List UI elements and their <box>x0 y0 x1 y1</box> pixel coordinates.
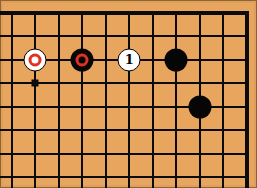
intersection <box>94 24 118 48</box>
intersection <box>141 24 165 48</box>
intersection <box>24 71 48 95</box>
grid-line-horizontal <box>188 153 212 155</box>
intersection <box>165 118 189 142</box>
grid-line-horizontal <box>0 106 24 108</box>
intersection <box>24 1 48 25</box>
intersection <box>188 95 212 119</box>
intersection <box>165 142 189 166</box>
intersection <box>141 165 165 188</box>
grid-line-horizontal <box>165 106 189 108</box>
grid-line-horizontal <box>71 153 95 155</box>
grid-line-horizontal <box>212 176 236 178</box>
grid-line-horizontal <box>165 35 189 37</box>
intersection <box>47 71 71 95</box>
intersection <box>141 48 165 72</box>
grid-line-horizontal <box>94 176 118 178</box>
grid-line-horizontal <box>0 11 24 15</box>
intersection <box>165 95 189 119</box>
intersection <box>24 95 48 119</box>
grid-line-horizontal <box>212 35 236 37</box>
intersection <box>71 95 95 119</box>
intersection <box>118 71 142 95</box>
grid-line-horizontal <box>141 153 165 155</box>
intersection <box>0 71 24 95</box>
grid-line-horizontal <box>212 129 236 131</box>
intersection <box>0 118 24 142</box>
intersection <box>235 142 257 166</box>
intersection <box>188 118 212 142</box>
grid-line-horizontal <box>118 11 142 15</box>
grid-line-horizontal <box>235 82 249 84</box>
intersection <box>47 118 71 142</box>
circle-mark-icon <box>29 53 42 66</box>
grid-line-horizontal <box>188 35 212 37</box>
grid-line-horizontal <box>212 59 236 61</box>
grid-line-horizontal <box>71 176 95 178</box>
intersection <box>94 95 118 119</box>
grid-line-horizontal <box>165 153 189 155</box>
white-stone <box>24 48 47 71</box>
intersection <box>188 1 212 25</box>
intersection <box>235 24 257 48</box>
intersection <box>71 1 95 25</box>
intersection <box>71 71 95 95</box>
grid-line-horizontal <box>0 35 24 37</box>
intersection <box>71 24 95 48</box>
move-number-label: 1 <box>125 53 134 66</box>
grid-line-horizontal <box>235 106 249 108</box>
intersection <box>24 24 48 48</box>
intersection <box>212 118 236 142</box>
intersection <box>188 142 212 166</box>
intersection <box>71 142 95 166</box>
intersection <box>235 165 257 188</box>
grid-line-horizontal <box>118 35 142 37</box>
grid-line-horizontal <box>235 153 249 155</box>
grid-line-horizontal <box>47 82 71 84</box>
intersection <box>118 165 142 188</box>
grid-line-horizontal <box>71 35 95 37</box>
grid-line-horizontal <box>141 129 165 131</box>
intersection <box>118 118 142 142</box>
grid-line-horizontal <box>71 106 95 108</box>
circle-mark-icon <box>76 53 89 66</box>
intersection <box>212 48 236 72</box>
intersection <box>235 71 257 95</box>
intersection <box>0 24 24 48</box>
grid-line-horizontal <box>24 106 48 108</box>
grid-line-horizontal <box>118 153 142 155</box>
intersection <box>0 1 24 25</box>
intersection <box>47 95 71 119</box>
hoshi-point-icon <box>32 80 39 87</box>
intersection <box>141 1 165 25</box>
grid-line-horizontal <box>94 106 118 108</box>
intersection <box>165 71 189 95</box>
intersection <box>141 95 165 119</box>
black-stone <box>165 48 188 71</box>
grid-line-horizontal <box>141 35 165 37</box>
grid-line-horizontal <box>24 153 48 155</box>
intersection <box>118 142 142 166</box>
grid-line-horizontal <box>188 129 212 131</box>
go-board-grid: 1 <box>0 1 257 188</box>
grid-line-horizontal <box>24 11 48 15</box>
grid-line-horizontal <box>71 129 95 131</box>
grid-line-horizontal <box>141 59 165 61</box>
intersection <box>71 48 95 72</box>
grid-line-horizontal <box>0 82 24 84</box>
intersection <box>235 118 257 142</box>
intersection <box>165 1 189 25</box>
grid-line-horizontal <box>165 129 189 131</box>
intersection <box>165 165 189 188</box>
intersection <box>212 1 236 25</box>
intersection <box>141 142 165 166</box>
intersection <box>0 165 24 188</box>
intersection <box>71 118 95 142</box>
intersection <box>141 71 165 95</box>
intersection: 1 <box>118 48 142 72</box>
grid-line-horizontal <box>24 129 48 131</box>
grid-line-horizontal <box>94 11 118 15</box>
intersection <box>165 24 189 48</box>
go-board-diagram: 1 <box>0 0 257 188</box>
black-stone <box>188 95 211 118</box>
grid-line-horizontal <box>47 106 71 108</box>
intersection <box>188 71 212 95</box>
intersection <box>118 24 142 48</box>
intersection <box>94 1 118 25</box>
grid-line-horizontal <box>118 82 142 84</box>
intersection <box>0 95 24 119</box>
grid-line-horizontal <box>235 176 249 178</box>
intersection <box>188 165 212 188</box>
grid-line-horizontal <box>165 11 189 15</box>
grid-line-horizontal <box>47 11 71 15</box>
white-stone: 1 <box>118 48 141 71</box>
grid-line-horizontal <box>94 59 118 61</box>
intersection <box>24 142 48 166</box>
grid-line-horizontal <box>165 82 189 84</box>
grid-line-horizontal <box>0 176 24 178</box>
intersection <box>94 71 118 95</box>
grid-line-horizontal <box>94 129 118 131</box>
grid-line-horizontal <box>47 153 71 155</box>
intersection <box>212 24 236 48</box>
intersection <box>212 142 236 166</box>
grid-line-horizontal <box>188 11 212 15</box>
intersection <box>188 48 212 72</box>
intersection <box>94 118 118 142</box>
intersection <box>118 1 142 25</box>
grid-line-horizontal <box>212 106 236 108</box>
grid-line-horizontal <box>188 176 212 178</box>
grid-line-horizontal <box>94 82 118 84</box>
grid-line-horizontal <box>94 153 118 155</box>
intersection <box>188 24 212 48</box>
grid-line-horizontal <box>47 35 71 37</box>
grid-line-horizontal <box>24 35 48 37</box>
grid-line-horizontal <box>235 59 249 61</box>
grid-line-horizontal <box>235 129 249 131</box>
intersection <box>235 48 257 72</box>
grid-line-horizontal <box>141 11 165 15</box>
grid-line-horizontal <box>47 176 71 178</box>
grid-line-horizontal <box>141 106 165 108</box>
grid-line-horizontal <box>235 11 249 15</box>
intersection <box>94 165 118 188</box>
grid-line-horizontal <box>212 82 236 84</box>
grid-line-horizontal <box>188 82 212 84</box>
grid-line-horizontal <box>141 176 165 178</box>
grid-line-horizontal <box>0 129 24 131</box>
grid-line-horizontal <box>118 129 142 131</box>
intersection <box>118 95 142 119</box>
intersection <box>212 95 236 119</box>
grid-line-horizontal <box>212 11 236 15</box>
grid-line-horizontal <box>47 59 71 61</box>
intersection <box>235 1 257 25</box>
intersection <box>235 95 257 119</box>
grid-line-horizontal <box>71 11 95 15</box>
intersection <box>94 48 118 72</box>
intersection <box>0 142 24 166</box>
intersection <box>212 71 236 95</box>
intersection <box>24 48 48 72</box>
grid-line-horizontal <box>94 35 118 37</box>
intersection <box>71 165 95 188</box>
grid-line-horizontal <box>141 82 165 84</box>
grid-line-horizontal <box>118 176 142 178</box>
intersection <box>212 165 236 188</box>
grid-line-horizontal <box>0 153 24 155</box>
grid-line-horizontal <box>0 59 24 61</box>
grid-line-horizontal <box>235 35 249 37</box>
intersection <box>141 118 165 142</box>
intersection <box>0 48 24 72</box>
intersection <box>47 142 71 166</box>
grid-line-horizontal <box>24 176 48 178</box>
intersection <box>165 48 189 72</box>
grid-line-horizontal <box>47 129 71 131</box>
grid-line-horizontal <box>71 82 95 84</box>
grid-line-horizontal <box>212 153 236 155</box>
intersection <box>47 24 71 48</box>
grid-line-horizontal <box>118 106 142 108</box>
grid-line-horizontal <box>188 59 212 61</box>
intersection <box>94 142 118 166</box>
grid-line-horizontal <box>165 176 189 178</box>
black-stone <box>71 48 94 71</box>
intersection <box>47 48 71 72</box>
intersection <box>47 1 71 25</box>
intersection <box>24 165 48 188</box>
intersection <box>47 165 71 188</box>
intersection <box>24 118 48 142</box>
